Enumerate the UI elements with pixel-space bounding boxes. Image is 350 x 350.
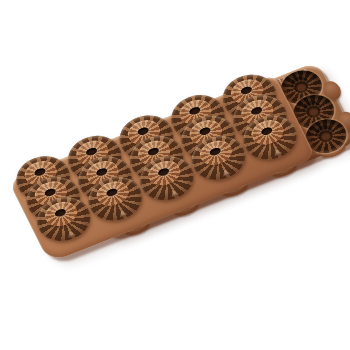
product-photo-scene — [0, 0, 350, 350]
bundt-form-grid — [8, 75, 275, 180]
back-mold-tray — [8, 75, 316, 263]
